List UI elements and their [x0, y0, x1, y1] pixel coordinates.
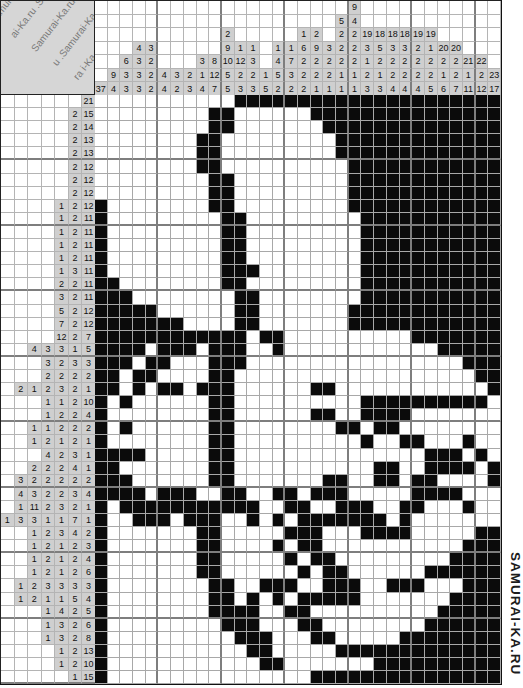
grid-cell[interactable] — [311, 370, 324, 383]
grid-cell[interactable] — [450, 632, 463, 645]
grid-cell[interactable] — [425, 121, 438, 134]
grid-cell[interactable] — [108, 370, 121, 383]
grid-cell[interactable] — [400, 435, 413, 448]
grid-cell[interactable] — [158, 108, 171, 121]
grid-cell[interactable] — [450, 475, 463, 488]
grid-cell[interactable] — [387, 187, 400, 200]
grid-cell[interactable] — [450, 318, 463, 331]
grid-cell[interactable] — [184, 619, 197, 632]
grid-cell[interactable] — [387, 252, 400, 265]
grid-cell[interactable] — [336, 278, 349, 291]
grid-cell[interactable] — [425, 147, 438, 160]
grid-cell[interactable] — [184, 396, 197, 409]
grid-cell[interactable] — [235, 501, 248, 514]
grid-cell[interactable] — [298, 488, 311, 501]
grid-cell[interactable] — [311, 475, 324, 488]
grid-cell[interactable] — [171, 95, 184, 108]
grid-cell[interactable] — [247, 527, 260, 540]
grid-cell[interactable] — [235, 200, 248, 213]
grid-cell[interactable] — [476, 121, 489, 134]
grid-cell[interactable] — [476, 593, 489, 606]
grid-cell[interactable] — [476, 265, 489, 278]
grid-cell[interactable] — [247, 540, 260, 553]
grid-cell[interactable] — [95, 488, 108, 501]
grid-cell[interactable] — [400, 291, 413, 304]
grid-cell[interactable] — [374, 501, 387, 514]
grid-cell[interactable] — [298, 318, 311, 331]
grid-cell[interactable] — [488, 187, 501, 200]
grid-cell[interactable] — [184, 174, 197, 187]
grid-cell[interactable] — [197, 344, 210, 357]
grid-cell[interactable] — [298, 226, 311, 239]
grid-cell[interactable] — [247, 147, 260, 160]
grid-cell[interactable] — [349, 396, 362, 409]
grid-cell[interactable] — [336, 409, 349, 422]
grid-cell[interactable] — [133, 606, 146, 619]
grid-cell[interactable] — [361, 606, 374, 619]
grid-cell[interactable] — [412, 187, 425, 200]
grid-cell[interactable] — [488, 95, 501, 108]
grid-cell[interactable] — [247, 318, 260, 331]
grid-cell[interactable] — [120, 475, 133, 488]
grid-cell[interactable] — [158, 593, 171, 606]
grid-cell[interactable] — [425, 396, 438, 409]
grid-cell[interactable] — [146, 632, 159, 645]
grid-cell[interactable] — [108, 449, 121, 462]
grid-cell[interactable] — [273, 305, 286, 318]
grid-cell[interactable] — [158, 671, 171, 684]
grid-cell[interactable] — [209, 121, 222, 134]
grid-cell[interactable] — [476, 383, 489, 396]
grid-cell[interactable] — [323, 514, 336, 527]
grid-cell[interactable] — [323, 671, 336, 684]
grid-cell[interactable] — [476, 291, 489, 304]
grid-cell[interactable] — [273, 540, 286, 553]
grid-cell[interactable] — [273, 278, 286, 291]
grid-cell[interactable] — [285, 619, 298, 632]
grid-cell[interactable] — [311, 579, 324, 592]
grid-cell[interactable] — [349, 291, 362, 304]
grid-cell[interactable] — [387, 514, 400, 527]
grid-cell[interactable] — [247, 252, 260, 265]
grid-cell[interactable] — [438, 331, 451, 344]
grid-cell[interactable] — [133, 658, 146, 671]
grid-cell[interactable] — [222, 147, 235, 160]
grid-cell[interactable] — [146, 370, 159, 383]
grid-cell[interactable] — [184, 265, 197, 278]
grid-cell[interactable] — [336, 553, 349, 566]
grid-cell[interactable] — [387, 619, 400, 632]
grid-cell[interactable] — [488, 396, 501, 409]
grid-cell[interactable] — [273, 187, 286, 200]
grid-cell[interactable] — [222, 409, 235, 422]
grid-cell[interactable] — [438, 566, 451, 579]
grid-cell[interactable] — [158, 239, 171, 252]
grid-cell[interactable] — [412, 514, 425, 527]
grid-cell[interactable] — [209, 462, 222, 475]
grid-cell[interactable] — [349, 174, 362, 187]
grid-cell[interactable] — [247, 95, 260, 108]
grid-cell[interactable] — [120, 606, 133, 619]
grid-cell[interactable] — [476, 278, 489, 291]
grid-cell[interactable] — [298, 619, 311, 632]
grid-cell[interactable] — [450, 95, 463, 108]
grid-cell[interactable] — [387, 239, 400, 252]
grid-cell[interactable] — [450, 187, 463, 200]
grid-cell[interactable] — [323, 606, 336, 619]
grid-cell[interactable] — [108, 278, 121, 291]
grid-cell[interactable] — [285, 239, 298, 252]
grid-cell[interactable] — [349, 501, 362, 514]
grid-cell[interactable] — [298, 449, 311, 462]
grid-cell[interactable] — [260, 553, 273, 566]
grid-cell[interactable] — [95, 108, 108, 121]
grid-cell[interactable] — [247, 200, 260, 213]
grid-cell[interactable] — [197, 174, 210, 187]
grid-cell[interactable] — [374, 449, 387, 462]
grid-cell[interactable] — [488, 370, 501, 383]
grid-cell[interactable] — [361, 475, 374, 488]
grid-cell[interactable] — [488, 540, 501, 553]
grid-cell[interactable] — [323, 200, 336, 213]
grid-cell[interactable] — [374, 462, 387, 475]
grid-cell[interactable] — [273, 160, 286, 173]
grid-cell[interactable] — [285, 527, 298, 540]
grid-cell[interactable] — [235, 187, 248, 200]
grid-cell[interactable] — [273, 344, 286, 357]
grid-cell[interactable] — [197, 121, 210, 134]
grid-cell[interactable] — [133, 593, 146, 606]
grid-cell[interactable] — [349, 265, 362, 278]
grid-cell[interactable] — [336, 108, 349, 121]
grid-cell[interactable] — [463, 409, 476, 422]
grid-cell[interactable] — [197, 226, 210, 239]
grid-cell[interactable] — [120, 108, 133, 121]
grid-cell[interactable] — [222, 108, 235, 121]
grid-cell[interactable] — [412, 527, 425, 540]
grid-cell[interactable] — [463, 383, 476, 396]
grid-cell[interactable] — [247, 305, 260, 318]
grid-cell[interactable] — [95, 147, 108, 160]
grid-cell[interactable] — [323, 462, 336, 475]
grid-cell[interactable] — [361, 278, 374, 291]
grid-cell[interactable] — [260, 278, 273, 291]
grid-cell[interactable] — [235, 527, 248, 540]
grid-cell[interactable] — [133, 501, 146, 514]
grid-cell[interactable] — [425, 593, 438, 606]
grid-cell[interactable] — [323, 160, 336, 173]
grid-cell[interactable] — [450, 291, 463, 304]
grid-cell[interactable] — [247, 134, 260, 147]
grid-cell[interactable] — [438, 357, 451, 370]
grid-cell[interactable] — [120, 658, 133, 671]
grid-cell[interactable] — [285, 632, 298, 645]
grid-cell[interactable] — [311, 95, 324, 108]
grid-cell[interactable] — [222, 396, 235, 409]
grid-cell[interactable] — [273, 579, 286, 592]
grid-cell[interactable] — [488, 488, 501, 501]
grid-cell[interactable] — [488, 318, 501, 331]
grid-cell[interactable] — [361, 553, 374, 566]
grid-cell[interactable] — [133, 213, 146, 226]
grid-cell[interactable] — [260, 134, 273, 147]
grid-cell[interactable] — [158, 488, 171, 501]
grid-cell[interactable] — [425, 278, 438, 291]
grid-cell[interactable] — [488, 645, 501, 658]
grid-cell[interactable] — [260, 462, 273, 475]
grid-cell[interactable] — [349, 200, 362, 213]
grid-cell[interactable] — [400, 632, 413, 645]
grid-cell[interactable] — [273, 671, 286, 684]
grid-cell[interactable] — [260, 160, 273, 173]
grid-cell[interactable] — [260, 331, 273, 344]
grid-cell[interactable] — [387, 435, 400, 448]
grid-cell[interactable] — [438, 658, 451, 671]
grid-cell[interactable] — [450, 449, 463, 462]
grid-cell[interactable] — [412, 200, 425, 213]
grid-cell[interactable] — [247, 606, 260, 619]
grid-cell[interactable] — [323, 619, 336, 632]
grid-cell[interactable] — [108, 475, 121, 488]
grid-cell[interactable] — [285, 160, 298, 173]
grid-cell[interactable] — [463, 95, 476, 108]
grid-cell[interactable] — [285, 226, 298, 239]
grid-cell[interactable] — [323, 645, 336, 658]
grid-cell[interactable] — [387, 462, 400, 475]
grid-cell[interactable] — [285, 147, 298, 160]
grid-cell[interactable] — [108, 121, 121, 134]
grid-cell[interactable] — [197, 265, 210, 278]
grid-cell[interactable] — [158, 435, 171, 448]
grid-cell[interactable] — [361, 160, 374, 173]
grid-cell[interactable] — [374, 134, 387, 147]
grid-cell[interactable] — [425, 174, 438, 187]
grid-cell[interactable] — [120, 265, 133, 278]
grid-cell[interactable] — [374, 370, 387, 383]
grid-cell[interactable] — [349, 488, 362, 501]
grid-cell[interactable] — [158, 147, 171, 160]
grid-cell[interactable] — [273, 501, 286, 514]
grid-cell[interactable] — [311, 501, 324, 514]
grid-cell[interactable] — [400, 160, 413, 173]
grid-cell[interactable] — [488, 462, 501, 475]
grid-cell[interactable] — [209, 566, 222, 579]
grid-cell[interactable] — [336, 566, 349, 579]
grid-cell[interactable] — [349, 147, 362, 160]
grid-cell[interactable] — [374, 108, 387, 121]
grid-cell[interactable] — [197, 553, 210, 566]
grid-cell[interactable] — [209, 160, 222, 173]
grid-cell[interactable] — [450, 344, 463, 357]
grid-cell[interactable] — [171, 579, 184, 592]
grid-cell[interactable] — [133, 344, 146, 357]
grid-cell[interactable] — [209, 344, 222, 357]
grid-cell[interactable] — [222, 318, 235, 331]
grid-cell[interactable] — [247, 619, 260, 632]
grid-cell[interactable] — [285, 593, 298, 606]
grid-cell[interactable] — [463, 226, 476, 239]
grid-cell[interactable] — [476, 108, 489, 121]
grid-cell[interactable] — [260, 579, 273, 592]
grid-cell[interactable] — [146, 187, 159, 200]
grid-cell[interactable] — [463, 619, 476, 632]
grid-cell[interactable] — [361, 226, 374, 239]
grid-cell[interactable] — [425, 187, 438, 200]
grid-cell[interactable] — [222, 435, 235, 448]
grid-cell[interactable] — [273, 645, 286, 658]
grid-cell[interactable] — [247, 108, 260, 121]
grid-cell[interactable] — [488, 213, 501, 226]
grid-cell[interactable] — [235, 226, 248, 239]
grid-cell[interactable] — [311, 174, 324, 187]
grid-cell[interactable] — [425, 383, 438, 396]
grid-cell[interactable] — [349, 514, 362, 527]
grid-cell[interactable] — [235, 370, 248, 383]
grid-cell[interactable] — [184, 462, 197, 475]
grid-cell[interactable] — [171, 527, 184, 540]
grid-cell[interactable] — [285, 383, 298, 396]
grid-cell[interactable] — [171, 593, 184, 606]
grid-cell[interactable] — [311, 318, 324, 331]
grid-cell[interactable] — [323, 213, 336, 226]
grid-cell[interactable] — [387, 566, 400, 579]
grid-cell[interactable] — [120, 514, 133, 527]
grid-cell[interactable] — [235, 658, 248, 671]
grid-cell[interactable] — [463, 462, 476, 475]
grid-cell[interactable] — [476, 475, 489, 488]
grid-cell[interactable] — [108, 305, 121, 318]
grid-cell[interactable] — [425, 658, 438, 671]
grid-cell[interactable] — [450, 213, 463, 226]
grid-cell[interactable] — [387, 370, 400, 383]
grid-cell[interactable] — [323, 357, 336, 370]
grid-cell[interactable] — [108, 160, 121, 173]
grid-cell[interactable] — [171, 370, 184, 383]
grid-cell[interactable] — [95, 566, 108, 579]
grid-cell[interactable] — [349, 331, 362, 344]
grid-cell[interactable] — [120, 226, 133, 239]
grid-cell[interactable] — [95, 409, 108, 422]
grid-cell[interactable] — [298, 593, 311, 606]
grid-cell[interactable] — [108, 501, 121, 514]
grid-cell[interactable] — [158, 422, 171, 435]
grid-cell[interactable] — [108, 200, 121, 213]
grid-cell[interactable] — [425, 305, 438, 318]
grid-cell[interactable] — [361, 200, 374, 213]
grid-cell[interactable] — [260, 422, 273, 435]
grid-cell[interactable] — [285, 174, 298, 187]
grid-cell[interactable] — [349, 475, 362, 488]
grid-cell[interactable] — [273, 619, 286, 632]
grid-cell[interactable] — [298, 265, 311, 278]
grid-cell[interactable] — [273, 226, 286, 239]
grid-cell[interactable] — [158, 370, 171, 383]
grid-cell[interactable] — [247, 645, 260, 658]
grid-cell[interactable] — [412, 121, 425, 134]
grid-cell[interactable] — [298, 305, 311, 318]
grid-cell[interactable] — [120, 645, 133, 658]
grid-cell[interactable] — [285, 265, 298, 278]
grid-cell[interactable] — [349, 160, 362, 173]
grid-cell[interactable] — [222, 540, 235, 553]
grid-cell[interactable] — [425, 318, 438, 331]
grid-cell[interactable] — [260, 121, 273, 134]
grid-cell[interactable] — [438, 462, 451, 475]
grid-cell[interactable] — [400, 645, 413, 658]
grid-cell[interactable] — [488, 422, 501, 435]
grid-cell[interactable] — [171, 606, 184, 619]
grid-cell[interactable] — [146, 449, 159, 462]
grid-cell[interactable] — [184, 134, 197, 147]
grid-cell[interactable] — [387, 396, 400, 409]
grid-cell[interactable] — [133, 239, 146, 252]
grid-cell[interactable] — [412, 318, 425, 331]
grid-cell[interactable] — [374, 331, 387, 344]
grid-cell[interactable] — [146, 593, 159, 606]
grid-cell[interactable] — [400, 501, 413, 514]
grid-cell[interactable] — [298, 383, 311, 396]
grid-cell[interactable] — [374, 475, 387, 488]
grid-cell[interactable] — [298, 579, 311, 592]
grid-cell[interactable] — [387, 671, 400, 684]
grid-cell[interactable] — [400, 593, 413, 606]
grid-cell[interactable] — [171, 239, 184, 252]
grid-cell[interactable] — [184, 318, 197, 331]
grid-cell[interactable] — [273, 121, 286, 134]
grid-cell[interactable] — [158, 606, 171, 619]
grid-cell[interactable] — [450, 488, 463, 501]
grid-cell[interactable] — [146, 409, 159, 422]
grid-cell[interactable] — [158, 95, 171, 108]
grid-cell[interactable] — [133, 370, 146, 383]
grid-cell[interactable] — [488, 239, 501, 252]
grid-cell[interactable] — [450, 645, 463, 658]
grid-cell[interactable] — [298, 278, 311, 291]
grid-cell[interactable] — [361, 409, 374, 422]
grid-cell[interactable] — [184, 357, 197, 370]
grid-cell[interactable] — [488, 553, 501, 566]
grid-cell[interactable] — [235, 305, 248, 318]
grid-cell[interactable] — [463, 331, 476, 344]
grid-cell[interactable] — [247, 331, 260, 344]
grid-cell[interactable] — [95, 540, 108, 553]
grid-cell[interactable] — [209, 252, 222, 265]
grid-cell[interactable] — [95, 200, 108, 213]
grid-cell[interactable] — [184, 121, 197, 134]
grid-cell[interactable] — [184, 449, 197, 462]
grid-cell[interactable] — [285, 540, 298, 553]
grid-cell[interactable] — [158, 252, 171, 265]
grid-cell[interactable] — [184, 331, 197, 344]
grid-cell[interactable] — [120, 95, 133, 108]
grid-cell[interactable] — [158, 409, 171, 422]
grid-cell[interactable] — [95, 658, 108, 671]
grid-cell[interactable] — [95, 501, 108, 514]
grid-cell[interactable] — [361, 121, 374, 134]
grid-cell[interactable] — [400, 121, 413, 134]
grid-cell[interactable] — [222, 606, 235, 619]
grid-cell[interactable] — [247, 213, 260, 226]
grid-cell[interactable] — [158, 265, 171, 278]
grid-cell[interactable] — [247, 593, 260, 606]
grid-cell[interactable] — [336, 449, 349, 462]
grid-cell[interactable] — [184, 606, 197, 619]
grid-cell[interactable] — [336, 252, 349, 265]
grid-cell[interactable] — [171, 449, 184, 462]
grid-cell[interactable] — [374, 435, 387, 448]
grid-cell[interactable] — [209, 422, 222, 435]
grid-cell[interactable] — [425, 527, 438, 540]
